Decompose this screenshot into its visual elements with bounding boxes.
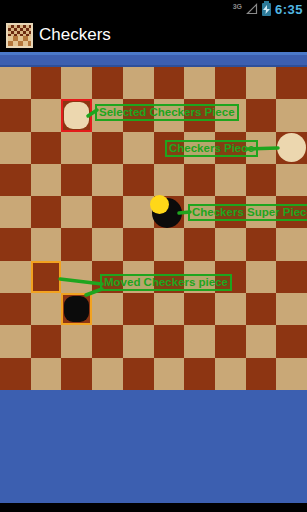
board-cell[interactable]: [61, 196, 92, 228]
board-cell[interactable]: [0, 261, 31, 293]
signal-strength-icon: [246, 3, 258, 15]
board-cell[interactable]: [276, 99, 307, 131]
board-cell[interactable]: [0, 99, 31, 131]
checkers-app-icon: [6, 23, 33, 48]
board-cell[interactable]: [92, 164, 123, 196]
board-cell[interactable]: [246, 325, 277, 357]
board-cell[interactable]: [123, 132, 154, 164]
status-bar: 3G 6:35: [0, 0, 307, 18]
board-cell[interactable]: [276, 293, 307, 325]
board-cell[interactable]: [276, 228, 307, 260]
board-cell[interactable]: [0, 196, 31, 228]
board-cell[interactable]: [276, 325, 307, 357]
board-cell[interactable]: [184, 358, 215, 390]
board-cell[interactable]: [215, 293, 246, 325]
board-cell[interactable]: [61, 67, 92, 99]
board-cell[interactable]: [154, 293, 185, 325]
board-cell[interactable]: [61, 164, 92, 196]
board-cell[interactable]: [215, 325, 246, 357]
board-cell[interactable]: [123, 293, 154, 325]
board-cell[interactable]: [61, 325, 92, 357]
phone-screen: 3G 6:35 Checkers Selected Checkers Piece…: [0, 0, 307, 512]
app-title: Checkers: [39, 25, 111, 45]
network-3g-indicator: 3G: [233, 3, 242, 10]
board-cell[interactable]: [0, 293, 31, 325]
board-cell[interactable]: [154, 228, 185, 260]
board-cell[interactable]: [92, 228, 123, 260]
black-super-checkers-piece[interactable]: [152, 198, 182, 228]
board-cell[interactable]: [31, 261, 62, 293]
moved-square-highlight: [31, 261, 62, 293]
white-checkers-piece[interactable]: [277, 133, 306, 162]
board-cell[interactable]: [246, 228, 277, 260]
board-cell[interactable]: [31, 325, 62, 357]
board-cell[interactable]: [61, 132, 92, 164]
board-cell[interactable]: [0, 67, 31, 99]
board-cell[interactable]: [123, 67, 154, 99]
annotation-selected-piece: Selected Checkers Piece: [95, 104, 239, 121]
board-cell[interactable]: [215, 228, 246, 260]
board-cell[interactable]: [61, 99, 92, 131]
board-cell[interactable]: [123, 164, 154, 196]
board-cell[interactable]: [61, 228, 92, 260]
board-cell[interactable]: [61, 261, 92, 293]
board-cell[interactable]: [31, 228, 62, 260]
board-cell[interactable]: [92, 196, 123, 228]
board-cell[interactable]: [215, 358, 246, 390]
board-cell[interactable]: [246, 293, 277, 325]
board-cell[interactable]: [31, 196, 62, 228]
board-cell[interactable]: [215, 67, 246, 99]
board-cell[interactable]: [184, 164, 215, 196]
board-cell[interactable]: [61, 358, 92, 390]
charging-bolt-icon: [263, 5, 270, 14]
board-cell[interactable]: [184, 293, 215, 325]
board-cell[interactable]: [246, 99, 277, 131]
board-cell[interactable]: [276, 261, 307, 293]
board-cell[interactable]: [215, 164, 246, 196]
board-cell[interactable]: [246, 164, 277, 196]
board-cell[interactable]: [31, 99, 62, 131]
board-cell[interactable]: [123, 228, 154, 260]
board-cell[interactable]: [246, 261, 277, 293]
board-cell[interactable]: [31, 132, 62, 164]
board-cell[interactable]: [92, 358, 123, 390]
board-cell[interactable]: [31, 164, 62, 196]
app-bar: Checkers: [0, 18, 307, 52]
board-cell[interactable]: [92, 132, 123, 164]
app-icon-bottom-checker: [8, 36, 31, 46]
board-cell[interactable]: [154, 67, 185, 99]
bottom-black-strip: [0, 503, 307, 512]
board-cell[interactable]: [0, 358, 31, 390]
white-checkers-piece[interactable]: [64, 102, 89, 128]
board-cell[interactable]: [31, 293, 62, 325]
board-cell[interactable]: [184, 228, 215, 260]
board-cell[interactable]: [154, 196, 185, 228]
board-cell[interactable]: [154, 358, 185, 390]
board-cell[interactable]: [92, 293, 123, 325]
board-cell[interactable]: [0, 325, 31, 357]
app-bar-divider: [0, 52, 307, 55]
board-cell[interactable]: [154, 164, 185, 196]
board-cell[interactable]: [276, 67, 307, 99]
board-cell[interactable]: [31, 67, 62, 99]
board-cell[interactable]: [184, 325, 215, 357]
board-cell[interactable]: [92, 67, 123, 99]
app-icon-top-checker: [8, 25, 31, 36]
board-cell[interactable]: [276, 164, 307, 196]
annotation-moved-piece: Moved Checkers piece: [100, 274, 232, 291]
annotation-checkers-piece: Checkers Piece: [165, 140, 258, 157]
board-cell[interactable]: [246, 67, 277, 99]
board-cell[interactable]: [123, 196, 154, 228]
board-cell[interactable]: [276, 358, 307, 390]
board-cell[interactable]: [0, 164, 31, 196]
status-time: 6:35: [275, 2, 303, 17]
board-cell[interactable]: [154, 325, 185, 357]
board-cell[interactable]: [276, 132, 307, 164]
board-cell[interactable]: [92, 325, 123, 357]
board-cell[interactable]: [61, 293, 92, 325]
board-cell[interactable]: [0, 228, 31, 260]
board-cell[interactable]: [123, 358, 154, 390]
annotation-super-piece: Checkers Super Piece: [188, 204, 307, 221]
black-checkers-piece[interactable]: [64, 296, 89, 322]
board-cell[interactable]: [246, 358, 277, 390]
battery-icon: [262, 3, 271, 16]
board-cell[interactable]: [184, 67, 215, 99]
board-cell[interactable]: [0, 132, 31, 164]
board-cell[interactable]: [31, 358, 62, 390]
board-cell[interactable]: [123, 325, 154, 357]
